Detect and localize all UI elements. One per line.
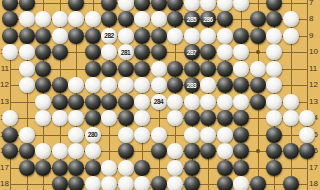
black-stone bbox=[85, 110, 101, 126]
white-stone bbox=[101, 176, 117, 190]
black-stone bbox=[2, 143, 18, 159]
white-stone bbox=[200, 94, 216, 110]
black-stone bbox=[68, 160, 84, 176]
white-stone bbox=[101, 77, 117, 93]
black-stone bbox=[250, 176, 266, 190]
black-stone bbox=[250, 11, 266, 27]
black-stone bbox=[68, 28, 84, 44]
white-stone bbox=[233, 94, 249, 110]
white-stone bbox=[167, 110, 183, 126]
black-stone bbox=[68, 94, 84, 110]
white-stone bbox=[217, 94, 233, 110]
star-point bbox=[256, 50, 260, 54]
white-stone bbox=[167, 143, 183, 159]
black-stone bbox=[118, 61, 134, 77]
black-stone bbox=[266, 143, 282, 159]
white-stone bbox=[68, 110, 84, 126]
white-stone bbox=[118, 127, 134, 143]
row-label-right: 13 bbox=[309, 98, 320, 106]
white-stone bbox=[19, 11, 35, 27]
black-stone bbox=[35, 77, 51, 93]
white-stone bbox=[68, 143, 84, 159]
black-stone bbox=[68, 176, 84, 190]
black-stone bbox=[151, 28, 167, 44]
black-stone bbox=[250, 77, 266, 93]
black-stone bbox=[250, 28, 266, 44]
black-stone bbox=[134, 61, 150, 77]
white-stone bbox=[283, 94, 299, 110]
white-stone bbox=[283, 11, 299, 27]
white-stone bbox=[200, 77, 216, 93]
row-label-left: 12 bbox=[0, 81, 9, 89]
white-stone bbox=[2, 44, 18, 60]
black-stone bbox=[233, 77, 249, 93]
black-stone bbox=[52, 94, 68, 110]
white-stone bbox=[233, 176, 249, 190]
grid-line-vertical bbox=[307, 0, 308, 190]
row-label-right: 8 bbox=[309, 15, 320, 23]
white-stone bbox=[85, 176, 101, 190]
black-stone bbox=[233, 143, 249, 159]
black-stone bbox=[200, 44, 216, 60]
white-stone bbox=[200, 28, 216, 44]
go-board[interactable]: 7891011121314151617187891011121314151617… bbox=[0, 0, 320, 190]
white-stone bbox=[118, 0, 134, 11]
white-stone bbox=[233, 61, 249, 77]
white-stone bbox=[283, 28, 299, 44]
white-stone bbox=[217, 127, 233, 143]
black-stone bbox=[19, 28, 35, 44]
black-stone bbox=[19, 0, 35, 11]
black-stone bbox=[151, 44, 167, 60]
white-stone bbox=[167, 94, 183, 110]
black-stone bbox=[217, 61, 233, 77]
black-stone bbox=[184, 110, 200, 126]
move-number-label: 282 bbox=[104, 32, 114, 39]
black-stone bbox=[134, 28, 150, 44]
black-stone: 283 bbox=[184, 77, 200, 93]
row-label-right: 17 bbox=[309, 164, 320, 172]
row-label-right: 7 bbox=[309, 0, 320, 7]
white-stone bbox=[134, 77, 150, 93]
black-stone bbox=[118, 110, 134, 126]
white-stone bbox=[184, 28, 200, 44]
black-stone bbox=[151, 143, 167, 159]
black-stone bbox=[151, 176, 167, 190]
white-stone bbox=[19, 44, 35, 60]
black-stone bbox=[233, 28, 249, 44]
black-stone bbox=[184, 143, 200, 159]
move-number-label: 280 bbox=[88, 131, 98, 138]
black-stone bbox=[35, 160, 51, 176]
row-label-right: 12 bbox=[309, 81, 320, 89]
white-stone bbox=[35, 143, 51, 159]
white-stone bbox=[151, 77, 167, 93]
black-stone: 287 bbox=[184, 44, 200, 60]
black-stone bbox=[118, 94, 134, 110]
white-stone bbox=[217, 0, 233, 11]
white-stone bbox=[217, 143, 233, 159]
black-stone bbox=[167, 61, 183, 77]
white-stone bbox=[118, 176, 134, 190]
black-stone bbox=[35, 28, 51, 44]
black-stone bbox=[200, 61, 216, 77]
move-number-label: 285 bbox=[187, 16, 197, 23]
white-stone bbox=[68, 11, 84, 27]
white-stone bbox=[101, 160, 117, 176]
black-stone bbox=[200, 110, 216, 126]
white-stone bbox=[299, 127, 315, 143]
white-stone bbox=[68, 127, 84, 143]
white-stone bbox=[35, 94, 51, 110]
row-label-left: 17 bbox=[0, 164, 9, 172]
star-point bbox=[256, 149, 260, 153]
black-stone bbox=[35, 61, 51, 77]
black-stone bbox=[85, 61, 101, 77]
white-stone bbox=[217, 28, 233, 44]
white-stone bbox=[118, 77, 134, 93]
white-stone bbox=[52, 28, 68, 44]
row-label-right: 10 bbox=[309, 48, 320, 56]
black-stone bbox=[250, 94, 266, 110]
black-stone: 286 bbox=[200, 11, 216, 27]
move-number-label: 284 bbox=[154, 98, 164, 105]
white-stone: 282 bbox=[101, 28, 117, 44]
black-stone bbox=[52, 176, 68, 190]
black-stone bbox=[19, 160, 35, 176]
black-stone bbox=[2, 11, 18, 27]
black-stone bbox=[52, 77, 68, 93]
row-label-right: 9 bbox=[309, 32, 320, 40]
white-stone bbox=[134, 110, 150, 126]
black-stone bbox=[85, 160, 101, 176]
white-stone: 281 bbox=[118, 44, 134, 60]
row-label-left: 13 bbox=[0, 98, 9, 106]
white-stone bbox=[118, 160, 134, 176]
white-stone bbox=[299, 110, 315, 126]
move-number-label: 286 bbox=[203, 16, 213, 23]
white-stone bbox=[68, 77, 84, 93]
white-stone bbox=[134, 11, 150, 27]
black-stone bbox=[283, 143, 299, 159]
white-stone bbox=[266, 61, 282, 77]
black-stone bbox=[85, 28, 101, 44]
white-stone bbox=[19, 77, 35, 93]
white-stone bbox=[118, 28, 134, 44]
black-stone bbox=[101, 61, 117, 77]
white-stone: 280 bbox=[85, 127, 101, 143]
black-stone bbox=[266, 11, 282, 27]
white-stone bbox=[184, 127, 200, 143]
white-stone bbox=[52, 110, 68, 126]
row-label-left: 11 bbox=[0, 65, 9, 73]
black-stone bbox=[134, 160, 150, 176]
white-stone bbox=[250, 61, 266, 77]
black-stone bbox=[118, 143, 134, 159]
black-stone bbox=[217, 11, 233, 27]
black-stone bbox=[299, 143, 315, 159]
white-stone bbox=[2, 110, 18, 126]
black-stone bbox=[184, 160, 200, 176]
black-stone bbox=[217, 110, 233, 126]
black-stone bbox=[35, 44, 51, 60]
white-stone bbox=[167, 176, 183, 190]
white-stone bbox=[266, 44, 282, 60]
black-stone bbox=[118, 11, 134, 27]
black-stone bbox=[167, 77, 183, 93]
white-stone bbox=[184, 0, 200, 11]
white-stone bbox=[167, 28, 183, 44]
black-stone bbox=[266, 127, 282, 143]
black-stone bbox=[184, 61, 200, 77]
move-number-label: 281 bbox=[121, 49, 131, 56]
white-stone bbox=[266, 94, 282, 110]
white-stone bbox=[101, 110, 117, 126]
move-number-label: 287 bbox=[187, 49, 197, 56]
white-stone bbox=[151, 11, 167, 27]
white-stone bbox=[283, 110, 299, 126]
black-stone bbox=[52, 44, 68, 60]
white-stone bbox=[134, 94, 150, 110]
black-stone bbox=[101, 11, 117, 27]
black-stone bbox=[200, 143, 216, 159]
white-stone bbox=[19, 127, 35, 143]
black-stone bbox=[52, 160, 68, 176]
white-stone bbox=[35, 110, 51, 126]
white-stone bbox=[19, 61, 35, 77]
black-stone bbox=[85, 94, 101, 110]
move-number-label: 283 bbox=[187, 82, 197, 89]
black-stone bbox=[2, 127, 18, 143]
white-stone bbox=[134, 127, 150, 143]
black-stone: 285 bbox=[184, 11, 200, 27]
white-stone bbox=[200, 127, 216, 143]
white-stone bbox=[266, 77, 282, 93]
black-stone bbox=[233, 110, 249, 126]
white-stone bbox=[134, 176, 150, 190]
black-stone bbox=[233, 127, 249, 143]
white-stone bbox=[35, 11, 51, 27]
white-stone bbox=[85, 143, 101, 159]
black-stone bbox=[101, 94, 117, 110]
black-stone bbox=[134, 44, 150, 60]
white-stone bbox=[167, 160, 183, 176]
row-label-right: 11 bbox=[309, 65, 320, 73]
black-stone bbox=[217, 77, 233, 93]
black-stone bbox=[217, 176, 233, 190]
white-stone bbox=[151, 61, 167, 77]
white-stone bbox=[101, 44, 117, 60]
black-stone bbox=[151, 0, 167, 11]
white-stone bbox=[217, 44, 233, 60]
white-stone: 284 bbox=[151, 94, 167, 110]
white-stone bbox=[151, 127, 167, 143]
white-stone bbox=[184, 94, 200, 110]
white-stone bbox=[266, 28, 282, 44]
black-stone bbox=[217, 160, 233, 176]
black-stone bbox=[85, 44, 101, 60]
black-stone bbox=[184, 176, 200, 190]
white-stone bbox=[52, 11, 68, 27]
black-stone bbox=[19, 143, 35, 159]
row-label-right: 18 bbox=[309, 180, 320, 188]
white-stone bbox=[85, 11, 101, 27]
black-stone bbox=[283, 176, 299, 190]
black-stone bbox=[266, 160, 282, 176]
white-stone bbox=[266, 110, 282, 126]
black-stone bbox=[233, 160, 249, 176]
white-stone bbox=[85, 77, 101, 93]
white-stone bbox=[52, 143, 68, 159]
black-stone bbox=[167, 11, 183, 27]
white-stone bbox=[233, 44, 249, 60]
row-label-left: 18 bbox=[0, 180, 9, 188]
black-stone bbox=[2, 28, 18, 44]
